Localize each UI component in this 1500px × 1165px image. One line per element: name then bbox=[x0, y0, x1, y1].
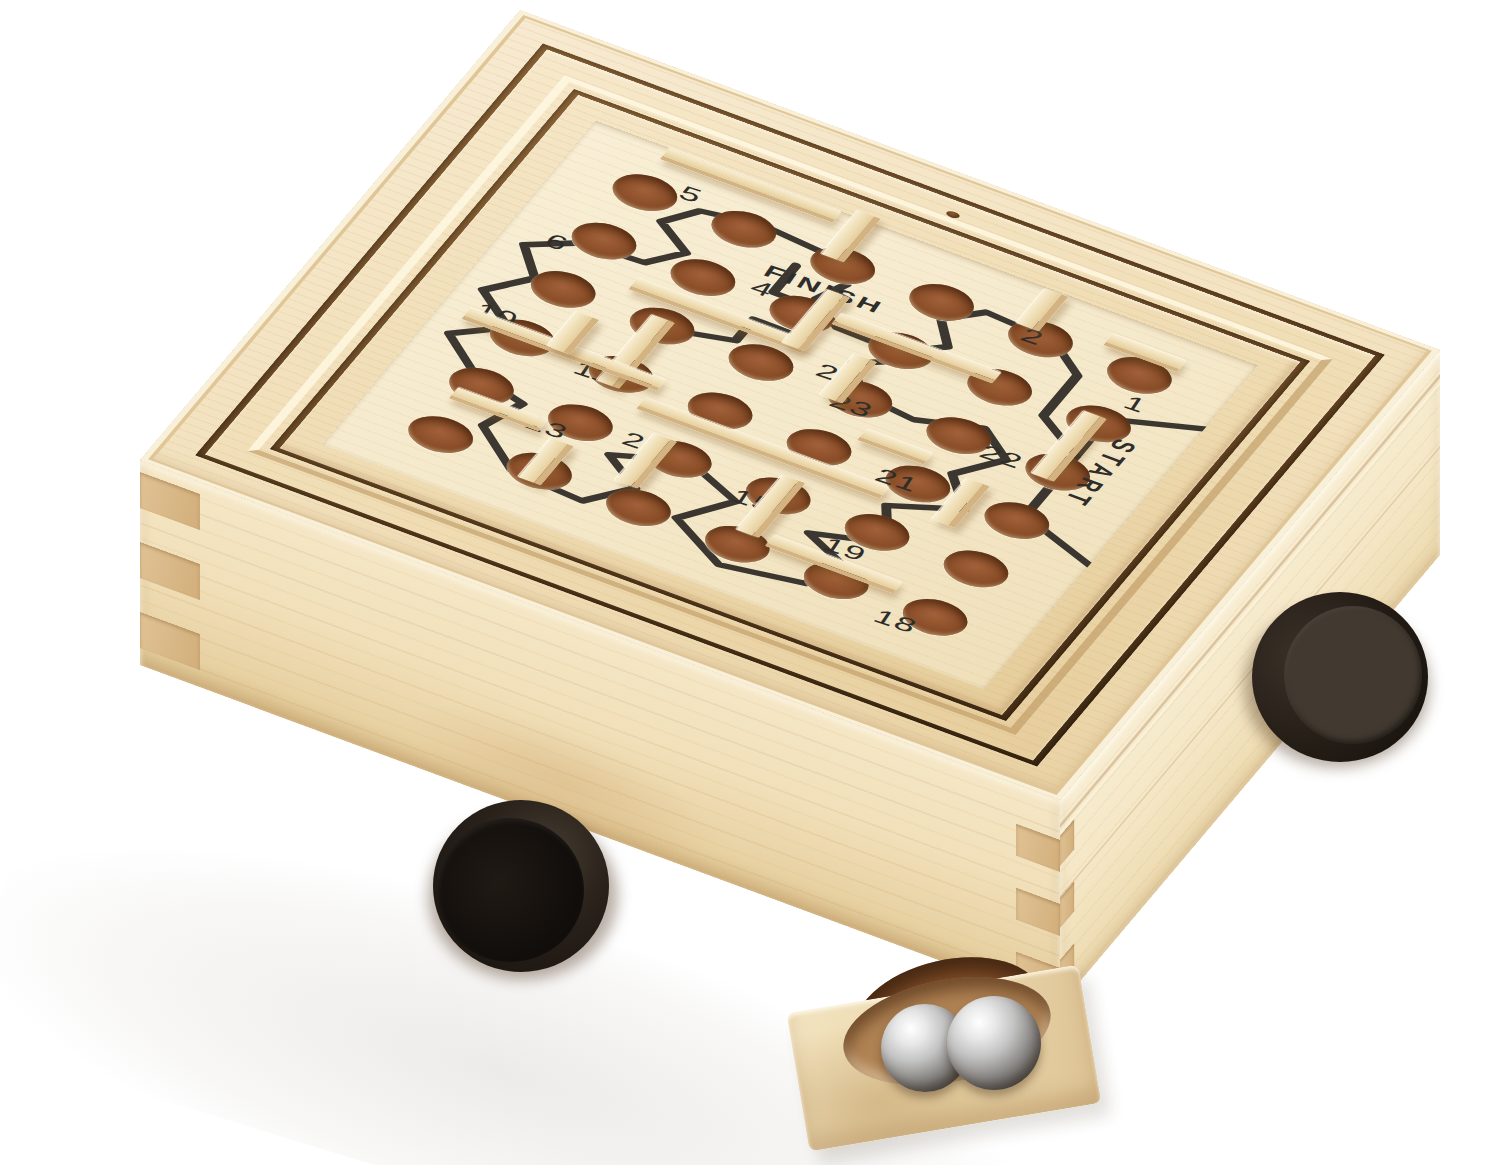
front-knob-cap bbox=[436, 818, 584, 962]
finger-joint bbox=[140, 612, 200, 670]
front-tilt-knob bbox=[433, 800, 609, 972]
finger-joint bbox=[1060, 881, 1074, 928]
finger-joint bbox=[1060, 819, 1074, 866]
labyrinth-game-photo: FINISH START 5462123222110111315191822 bbox=[0, 0, 1500, 1165]
finger-joint bbox=[1016, 888, 1060, 936]
finger-joint bbox=[140, 472, 200, 530]
finger-joint bbox=[1016, 824, 1060, 872]
finger-joint bbox=[140, 542, 200, 600]
steel-ball bbox=[947, 996, 1041, 1090]
right-knob-cap bbox=[1284, 606, 1422, 744]
right-tilt-knob bbox=[1252, 592, 1428, 762]
